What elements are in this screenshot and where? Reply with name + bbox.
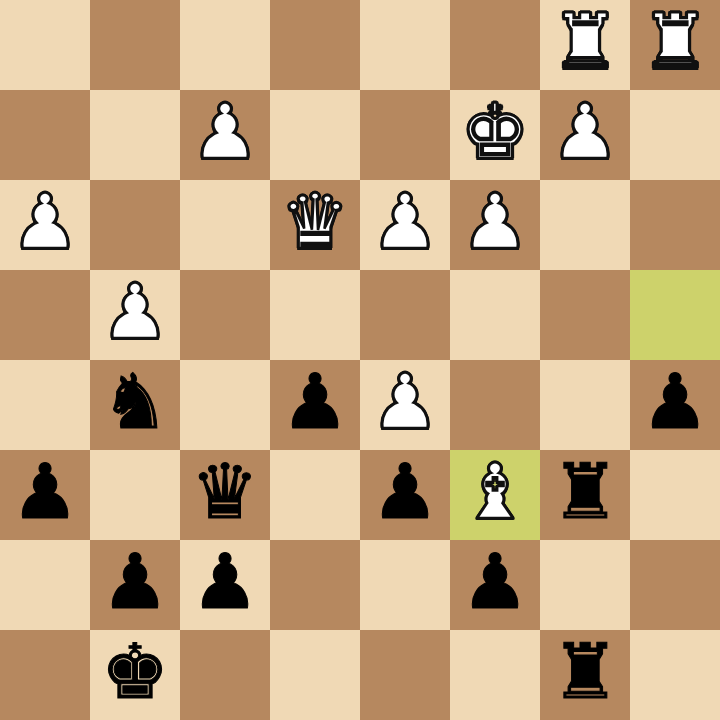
square-e7[interactable] <box>270 540 360 630</box>
square-c6[interactable]: ♝ <box>450 450 540 540</box>
square-h4[interactable] <box>0 270 90 360</box>
piece-black-king[interactable]: ♚ <box>101 634 169 710</box>
square-a7[interactable] <box>630 540 720 630</box>
square-g6[interactable] <box>90 450 180 540</box>
piece-white-rook[interactable]: ♜ <box>551 4 619 80</box>
square-g7[interactable]: ♟ <box>90 540 180 630</box>
piece-black-pawn[interactable]: ♟ <box>101 544 169 620</box>
piece-white-pawn[interactable]: ♟ <box>461 184 529 260</box>
square-f1[interactable] <box>180 0 270 90</box>
square-e1[interactable] <box>270 0 360 90</box>
square-b3[interactable] <box>540 180 630 270</box>
square-c7[interactable]: ♟ <box>450 540 540 630</box>
square-g2[interactable] <box>90 90 180 180</box>
piece-white-pawn[interactable]: ♟ <box>371 364 439 440</box>
chess-board-container: ♜♜♟♚♟♟♛♟♟♟♞♟♟♟♟♛♟♝♜♟♟♟♚♜ <box>0 0 720 720</box>
square-f6[interactable]: ♛ <box>180 450 270 540</box>
piece-black-pawn[interactable]: ♟ <box>281 364 349 440</box>
square-a8[interactable] <box>630 630 720 720</box>
piece-black-pawn[interactable]: ♟ <box>11 454 79 530</box>
square-b1[interactable]: ♜ <box>540 0 630 90</box>
square-b2[interactable]: ♟ <box>540 90 630 180</box>
piece-black-rook[interactable]: ♜ <box>551 454 619 530</box>
square-c3[interactable]: ♟ <box>450 180 540 270</box>
square-e4[interactable] <box>270 270 360 360</box>
square-b5[interactable] <box>540 360 630 450</box>
square-b6[interactable]: ♜ <box>540 450 630 540</box>
piece-white-bishop[interactable]: ♝ <box>461 454 529 530</box>
square-d7[interactable] <box>360 540 450 630</box>
piece-white-pawn[interactable]: ♟ <box>11 184 79 260</box>
square-d8[interactable] <box>360 630 450 720</box>
piece-black-rook[interactable]: ♜ <box>551 634 619 710</box>
square-e3[interactable]: ♛ <box>270 180 360 270</box>
square-h1[interactable] <box>0 0 90 90</box>
square-a3[interactable] <box>630 180 720 270</box>
square-d3[interactable]: ♟ <box>360 180 450 270</box>
square-c1[interactable] <box>450 0 540 90</box>
square-b4[interactable] <box>540 270 630 360</box>
square-h8[interactable] <box>0 630 90 720</box>
square-c8[interactable] <box>450 630 540 720</box>
square-h7[interactable] <box>0 540 90 630</box>
square-b8[interactable]: ♜ <box>540 630 630 720</box>
square-b7[interactable] <box>540 540 630 630</box>
piece-white-pawn[interactable]: ♟ <box>101 274 169 350</box>
square-h2[interactable] <box>0 90 90 180</box>
square-f8[interactable] <box>180 630 270 720</box>
square-f2[interactable]: ♟ <box>180 90 270 180</box>
square-a1[interactable]: ♜ <box>630 0 720 90</box>
square-d5[interactable]: ♟ <box>360 360 450 450</box>
piece-white-pawn[interactable]: ♟ <box>371 184 439 260</box>
square-f5[interactable] <box>180 360 270 450</box>
square-d6[interactable]: ♟ <box>360 450 450 540</box>
square-e6[interactable] <box>270 450 360 540</box>
square-f3[interactable] <box>180 180 270 270</box>
square-h5[interactable] <box>0 360 90 450</box>
square-e5[interactable]: ♟ <box>270 360 360 450</box>
square-g8[interactable]: ♚ <box>90 630 180 720</box>
square-a4[interactable] <box>630 270 720 360</box>
square-c2[interactable]: ♚ <box>450 90 540 180</box>
piece-black-pawn[interactable]: ♟ <box>641 364 709 440</box>
square-a5[interactable]: ♟ <box>630 360 720 450</box>
square-f7[interactable]: ♟ <box>180 540 270 630</box>
square-c4[interactable] <box>450 270 540 360</box>
square-e2[interactable] <box>270 90 360 180</box>
square-e8[interactable] <box>270 630 360 720</box>
square-a2[interactable] <box>630 90 720 180</box>
piece-white-rook[interactable]: ♜ <box>641 4 709 80</box>
chess-board: ♜♜♟♚♟♟♛♟♟♟♞♟♟♟♟♛♟♝♜♟♟♟♚♜ <box>0 0 720 720</box>
piece-white-pawn[interactable]: ♟ <box>191 94 259 170</box>
square-d1[interactable] <box>360 0 450 90</box>
piece-white-pawn[interactable]: ♟ <box>551 94 619 170</box>
square-f4[interactable] <box>180 270 270 360</box>
square-g3[interactable] <box>90 180 180 270</box>
square-d2[interactable] <box>360 90 450 180</box>
square-g4[interactable]: ♟ <box>90 270 180 360</box>
piece-black-knight[interactable]: ♞ <box>101 364 169 440</box>
square-g5[interactable]: ♞ <box>90 360 180 450</box>
square-a6[interactable] <box>630 450 720 540</box>
piece-white-queen[interactable]: ♛ <box>281 184 349 260</box>
piece-black-queen[interactable]: ♛ <box>191 454 259 530</box>
piece-black-pawn[interactable]: ♟ <box>371 454 439 530</box>
square-c5[interactable] <box>450 360 540 450</box>
square-h3[interactable]: ♟ <box>0 180 90 270</box>
square-d4[interactable] <box>360 270 450 360</box>
square-h6[interactable]: ♟ <box>0 450 90 540</box>
piece-black-pawn[interactable]: ♟ <box>461 544 529 620</box>
piece-black-pawn[interactable]: ♟ <box>191 544 259 620</box>
piece-white-king[interactable]: ♚ <box>461 94 529 170</box>
square-g1[interactable] <box>90 0 180 90</box>
